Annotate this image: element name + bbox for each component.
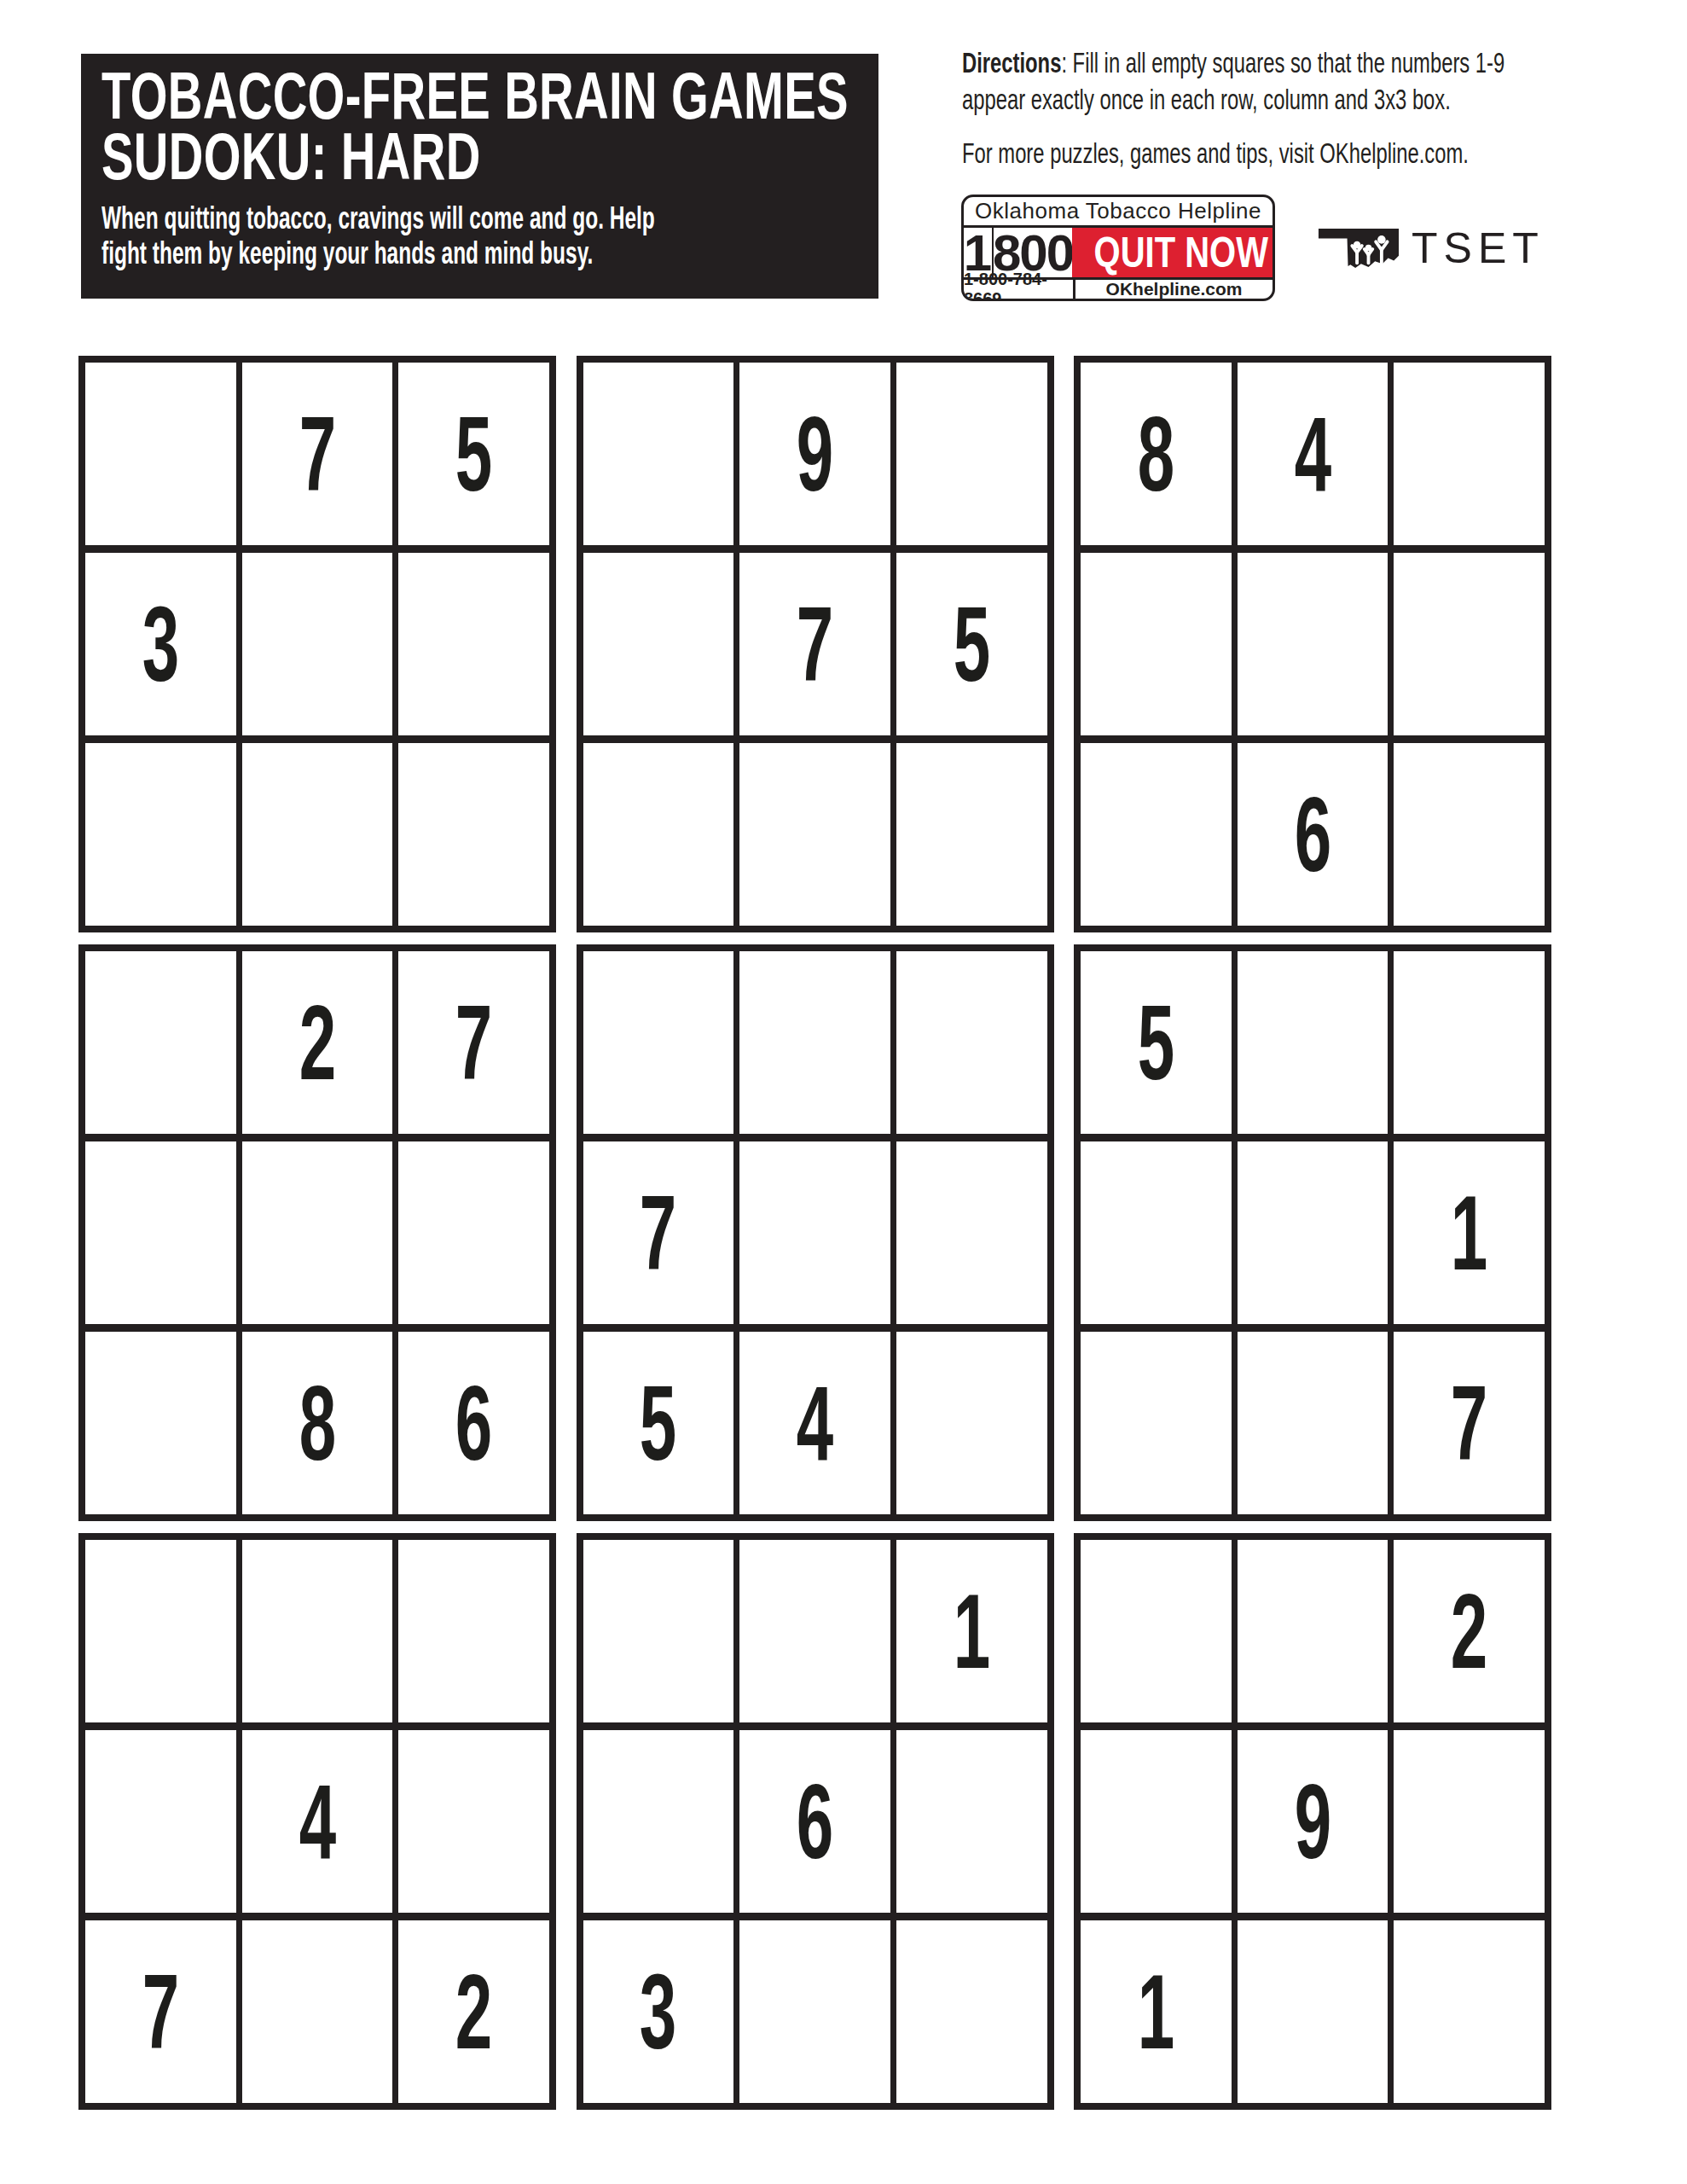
given-digit: 8	[1138, 393, 1174, 514]
sudoku-block-1: 753	[78, 356, 556, 932]
sudoku-cell-r2c8[interactable]	[1238, 553, 1388, 735]
sudoku-cell-r1c7[interactable]: 8	[1081, 363, 1232, 545]
given-digit: 7	[455, 982, 492, 1103]
sudoku-cell-r6c4[interactable]: 5	[583, 1332, 734, 1514]
sudoku-cell-r3c6[interactable]	[896, 743, 1047, 926]
sudoku-cell-r5c7[interactable]	[1081, 1141, 1232, 1324]
given-digit: 2	[299, 982, 335, 1103]
sudoku-cell-r8c9[interactable]	[1394, 1730, 1545, 1913]
given-digit: 1	[1138, 1951, 1174, 2072]
sudoku-cell-r1c8[interactable]: 4	[1238, 363, 1388, 545]
directions-text: Directions: Fill in all empty squares so…	[962, 44, 1504, 118]
given-digit: 7	[142, 1951, 179, 2072]
sudoku-cell-r4c9[interactable]	[1394, 951, 1545, 1134]
tset-logo: TSET	[1318, 224, 1545, 273]
given-digit: 7	[1451, 1362, 1487, 1484]
sudoku-cell-r5c3[interactable]	[398, 1141, 549, 1324]
given-digit: 7	[299, 393, 335, 514]
sudoku-cell-r6c7[interactable]	[1081, 1332, 1232, 1514]
puzzle-page: { "page": {"background": "#ffffff", "ink…	[0, 0, 1687, 2184]
given-digit: 2	[1451, 1571, 1487, 1692]
sudoku-cell-r3c2[interactable]	[242, 743, 393, 926]
given-digit: 8	[299, 1362, 335, 1484]
helpline-badge: Oklahoma Tobacco Helpline 1 800 QUIT NOW…	[961, 195, 1275, 301]
sudoku-cell-r2c9[interactable]	[1394, 553, 1545, 735]
given-digit: 9	[797, 393, 833, 514]
sudoku-cell-r6c6[interactable]	[896, 1332, 1047, 1514]
given-digit: 9	[1294, 1761, 1330, 1882]
given-digit: 3	[640, 1951, 676, 2072]
sudoku-cell-r1c3[interactable]: 5	[398, 363, 549, 545]
sudoku-cell-r2c5[interactable]: 7	[739, 553, 890, 735]
oklahoma-state-people-icon	[1318, 227, 1400, 270]
sudoku-cell-r4c6[interactable]	[896, 951, 1047, 1134]
directions-label: Directions	[962, 46, 1061, 78]
sudoku-cell-r7c4[interactable]	[583, 1540, 734, 1722]
sudoku-cell-r5c5[interactable]	[739, 1141, 890, 1324]
sudoku-cell-r6c1[interactable]	[85, 1332, 236, 1514]
sudoku-cell-r5c6[interactable]	[896, 1141, 1047, 1324]
sudoku-cell-r4c4[interactable]	[583, 951, 734, 1134]
sudoku-cell-r4c7[interactable]: 5	[1081, 951, 1232, 1134]
sudoku-cell-r4c2[interactable]: 2	[242, 951, 393, 1134]
sudoku-cell-r8c1[interactable]	[85, 1730, 236, 1913]
sudoku-block-9: 291	[1074, 1533, 1551, 2110]
tset-wordmark: TSET	[1412, 224, 1545, 273]
sudoku-cell-r9c1[interactable]: 7	[85, 1920, 236, 2103]
sudoku-cell-r9c8[interactable]	[1238, 1920, 1388, 2103]
sudoku-cell-r5c4[interactable]: 7	[583, 1141, 734, 1324]
sudoku-cell-r3c1[interactable]	[85, 743, 236, 926]
helpline-badge-footer: 1-800-784-8669 OKhelpline.com	[964, 280, 1272, 299]
sudoku-cell-r2c7[interactable]	[1081, 553, 1232, 735]
page-subtitle-line2: fight them by keeping your hands and min…	[101, 235, 655, 270]
sudoku-cell-r7c9[interactable]: 2	[1394, 1540, 1545, 1722]
sudoku-cell-r1c4[interactable]	[583, 363, 734, 545]
sudoku-cell-r1c9[interactable]	[1394, 363, 1545, 545]
sudoku-cell-r7c3[interactable]	[398, 1540, 549, 1722]
more-puzzles-text: For more puzzles, games and tips, visit …	[962, 135, 1469, 171]
given-digit: 5	[455, 393, 492, 514]
sudoku-cell-r6c5[interactable]: 4	[739, 1332, 890, 1514]
given-digit: 6	[1294, 774, 1330, 895]
page-subtitle-line1: When quitting tobacco, cravings will com…	[101, 200, 655, 235]
sudoku-cell-r1c6[interactable]	[896, 363, 1047, 545]
sudoku-cell-r3c7[interactable]	[1081, 743, 1232, 926]
sudoku-cell-r6c8[interactable]	[1238, 1332, 1388, 1514]
given-digit: 6	[455, 1362, 492, 1484]
sudoku-cell-r8c2[interactable]: 4	[242, 1730, 393, 1913]
sudoku-block-2: 975	[577, 356, 1054, 932]
given-digit: 4	[797, 1362, 833, 1484]
sudoku-cell-r3c8[interactable]: 6	[1238, 743, 1388, 926]
sudoku-cell-r9c6[interactable]	[896, 1920, 1047, 2103]
sudoku-cell-r2c1[interactable]: 3	[85, 553, 236, 735]
directions-line1-rest: : Fill in all empty squares so that the …	[1061, 46, 1504, 78]
sudoku-grid: 7539758462786754517472163291	[78, 356, 1551, 2110]
given-digit: 2	[455, 1951, 492, 2072]
sudoku-cell-r9c9[interactable]	[1394, 1920, 1545, 2103]
sudoku-cell-r3c3[interactable]	[398, 743, 549, 926]
given-digit: 4	[1294, 393, 1330, 514]
sudoku-cell-r7c8[interactable]	[1238, 1540, 1388, 1722]
given-digit: 5	[640, 1362, 676, 1484]
page-title-line2: SUDOKU: HARD	[101, 126, 849, 187]
sudoku-cell-r9c3[interactable]: 2	[398, 1920, 549, 2103]
sudoku-cell-r5c8[interactable]	[1238, 1141, 1388, 1324]
sudoku-cell-r1c5[interactable]: 9	[739, 363, 890, 545]
directions-line1: Directions: Fill in all empty squares so…	[962, 44, 1504, 81]
sudoku-cell-r7c2[interactable]	[242, 1540, 393, 1722]
sudoku-cell-r2c4[interactable]	[583, 553, 734, 735]
sudoku-cell-r7c6[interactable]: 1	[896, 1540, 1047, 1722]
sudoku-block-7: 472	[78, 1533, 556, 2110]
sudoku-cell-r8c6[interactable]	[896, 1730, 1047, 1913]
helpline-website: OKhelpline.com	[1075, 280, 1272, 299]
sudoku-cell-r8c4[interactable]	[583, 1730, 734, 1913]
given-digit: 5	[1138, 982, 1174, 1103]
sudoku-cell-r9c7[interactable]: 1	[1081, 1920, 1232, 2103]
given-digit: 4	[299, 1761, 335, 1882]
sudoku-cell-r3c4[interactable]	[583, 743, 734, 926]
quit-now-banner: QUIT NOW	[1072, 228, 1275, 277]
page-subtitle: When quitting tobacco, cravings will com…	[101, 200, 655, 270]
sudoku-cell-r9c4[interactable]: 3	[583, 1920, 734, 2103]
sudoku-block-5: 754	[577, 944, 1054, 1521]
sudoku-cell-r4c3[interactable]: 7	[398, 951, 549, 1134]
sudoku-cell-r3c5[interactable]	[739, 743, 890, 926]
sudoku-cell-r6c9[interactable]: 7	[1394, 1332, 1545, 1514]
sudoku-cell-r5c1[interactable]	[85, 1141, 236, 1324]
sudoku-cell-r8c5[interactable]: 6	[739, 1730, 890, 1913]
given-digit: 5	[953, 584, 989, 705]
given-digit: 7	[797, 584, 833, 705]
given-digit: 7	[640, 1172, 676, 1293]
sudoku-cell-r1c1[interactable]	[85, 363, 236, 545]
sudoku-cell-r2c6[interactable]: 5	[896, 553, 1047, 735]
sudoku-cell-r8c8[interactable]: 9	[1238, 1730, 1388, 1913]
page-title-line1: TOBACCO-FREE BRAIN GAMES	[101, 66, 849, 126]
sudoku-block-3: 846	[1074, 356, 1551, 932]
sudoku-cell-r6c2[interactable]: 8	[242, 1332, 393, 1514]
sudoku-block-8: 163	[577, 1533, 1054, 2110]
sudoku-cell-r8c3[interactable]	[398, 1730, 549, 1913]
sudoku-cell-r5c2[interactable]	[242, 1141, 393, 1324]
sudoku-block-4: 2786	[78, 944, 556, 1521]
sudoku-cell-r8c7[interactable]	[1081, 1730, 1232, 1913]
sudoku-cell-r4c8[interactable]	[1238, 951, 1388, 1134]
sudoku-cell-r4c5[interactable]	[739, 951, 890, 1134]
directions-line2: appear exactly once in each row, column …	[962, 81, 1504, 118]
helpline-phone: 1-800-784-8669	[964, 280, 1075, 299]
sudoku-cell-r7c7[interactable]	[1081, 1540, 1232, 1722]
sudoku-cell-r9c5[interactable]	[739, 1920, 890, 2103]
quit-now-text: QUIT NOW	[1094, 228, 1268, 277]
page-title: TOBACCO-FREE BRAIN GAMES SUDOKU: HARD	[101, 66, 849, 187]
sudoku-cell-r7c5[interactable]	[739, 1540, 890, 1722]
sudoku-cell-r2c3[interactable]	[398, 553, 549, 735]
given-digit: 1	[1451, 1172, 1487, 1293]
helpline-badge-title: Oklahoma Tobacco Helpline	[964, 197, 1272, 225]
given-digit: 1	[953, 1571, 989, 1692]
sudoku-cell-r9c2[interactable]	[242, 1920, 393, 2103]
sudoku-block-6: 517	[1074, 944, 1551, 1521]
sudoku-cell-r4c1[interactable]	[85, 951, 236, 1134]
sudoku-cell-r6c3[interactable]: 6	[398, 1332, 549, 1514]
sudoku-cell-r5c9[interactable]: 1	[1394, 1141, 1545, 1324]
sudoku-cell-r7c1[interactable]	[85, 1540, 236, 1722]
given-digit: 3	[142, 584, 179, 705]
given-digit: 6	[797, 1761, 833, 1882]
header-banner: TOBACCO-FREE BRAIN GAMES SUDOKU: HARD Wh…	[81, 54, 878, 299]
sudoku-cell-r1c2[interactable]: 7	[242, 363, 393, 545]
sudoku-cell-r3c9[interactable]	[1394, 743, 1545, 926]
sudoku-cell-r2c2[interactable]	[242, 553, 393, 735]
